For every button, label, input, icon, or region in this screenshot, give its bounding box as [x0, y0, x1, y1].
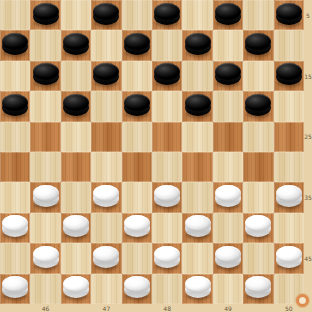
- light-square: [61, 122, 91, 152]
- light-square: [91, 91, 121, 121]
- black-man-square-10[interactable]: [245, 33, 271, 57]
- black-man-square-2[interactable]: [93, 3, 119, 27]
- white-man-square-48[interactable]: [124, 276, 150, 300]
- square-30[interactable]: [243, 152, 273, 182]
- piece-top-face: [2, 94, 28, 111]
- square-35[interactable]: [274, 182, 304, 212]
- black-man-square-3[interactable]: [154, 3, 180, 27]
- light-square: [30, 274, 60, 304]
- square-3[interactable]: [152, 0, 182, 30]
- piece-top-face: [154, 185, 180, 202]
- piece-top-face: [185, 33, 211, 50]
- black-man-square-14[interactable]: [215, 63, 241, 87]
- black-man-square-5[interactable]: [276, 3, 302, 27]
- light-square: [213, 91, 243, 121]
- square-26[interactable]: [0, 152, 30, 182]
- black-man-square-19[interactable]: [185, 94, 211, 118]
- square-25[interactable]: [274, 122, 304, 152]
- light-square: [274, 30, 304, 60]
- piece-top-face: [215, 3, 241, 20]
- square-18[interactable]: [122, 91, 152, 121]
- light-square: [152, 274, 182, 304]
- square-29[interactable]: [182, 152, 212, 182]
- white-man-square-43[interactable]: [154, 246, 180, 270]
- square-28[interactable]: [122, 152, 152, 182]
- piece-top-face: [33, 185, 59, 202]
- white-man-square-35[interactable]: [276, 185, 302, 209]
- light-square: [122, 0, 152, 30]
- square-20[interactable]: [243, 91, 273, 121]
- piece-top-face: [215, 246, 241, 263]
- black-man-square-16[interactable]: [2, 94, 28, 118]
- black-man-square-6[interactable]: [2, 33, 28, 57]
- light-square: [213, 152, 243, 182]
- black-man-square-1[interactable]: [33, 3, 59, 27]
- square-11[interactable]: [30, 61, 60, 91]
- coord-label-47: 47: [100, 305, 112, 312]
- light-square: [182, 182, 212, 212]
- square-45[interactable]: [274, 243, 304, 273]
- black-man-square-4[interactable]: [215, 3, 241, 27]
- black-man-square-12[interactable]: [93, 63, 119, 87]
- square-36[interactable]: [0, 213, 30, 243]
- square-40[interactable]: [243, 213, 273, 243]
- light-square: [91, 152, 121, 182]
- light-square: [213, 30, 243, 60]
- light-square: [122, 182, 152, 212]
- white-man-square-40[interactable]: [245, 215, 271, 239]
- light-square: [213, 213, 243, 243]
- light-square: [152, 213, 182, 243]
- square-23[interactable]: [152, 122, 182, 152]
- light-square: [243, 182, 273, 212]
- black-man-square-20[interactable]: [245, 94, 271, 118]
- piece-top-face: [33, 246, 59, 263]
- white-man-square-42[interactable]: [93, 246, 119, 270]
- piece-top-face: [245, 94, 271, 111]
- square-14[interactable]: [213, 61, 243, 91]
- draughts-board: [0, 0, 304, 304]
- light-square: [0, 243, 30, 273]
- light-square: [0, 0, 30, 30]
- square-33[interactable]: [152, 182, 182, 212]
- white-man-square-34[interactable]: [215, 185, 241, 209]
- light-square: [91, 274, 121, 304]
- square-38[interactable]: [122, 213, 152, 243]
- light-square: [152, 30, 182, 60]
- piece-top-face: [93, 3, 119, 20]
- square-48[interactable]: [122, 274, 152, 304]
- white-man-square-39[interactable]: [185, 215, 211, 239]
- square-8[interactable]: [122, 30, 152, 60]
- piece-top-face: [124, 33, 150, 50]
- coord-label-49: 49: [222, 305, 234, 312]
- light-square: [243, 0, 273, 30]
- piece-top-face: [185, 94, 211, 111]
- square-39[interactable]: [182, 213, 212, 243]
- square-24[interactable]: [213, 122, 243, 152]
- white-man-square-41[interactable]: [33, 246, 59, 270]
- square-2[interactable]: [91, 0, 121, 30]
- light-square: [182, 122, 212, 152]
- piece-top-face: [93, 246, 119, 263]
- piece-top-face: [124, 276, 150, 293]
- coord-label-35: 35: [304, 194, 312, 201]
- square-13[interactable]: [152, 61, 182, 91]
- light-square: [122, 243, 152, 273]
- piece-top-face: [276, 185, 302, 202]
- light-square: [61, 182, 91, 212]
- white-man-square-32[interactable]: [93, 185, 119, 209]
- piece-top-face: [63, 94, 89, 111]
- square-1[interactable]: [30, 0, 60, 30]
- light-square: [122, 122, 152, 152]
- piece-top-face: [33, 3, 59, 20]
- white-man-square-38[interactable]: [124, 215, 150, 239]
- light-square: [0, 61, 30, 91]
- light-square: [30, 30, 60, 60]
- white-man-square-46[interactable]: [2, 276, 28, 300]
- piece-top-face: [185, 276, 211, 293]
- black-man-square-18[interactable]: [124, 94, 150, 118]
- draughts-game-screen: 5152535454647484950: [0, 0, 312, 312]
- coord-label-48: 48: [161, 305, 173, 312]
- light-square: [243, 61, 273, 91]
- light-square: [0, 122, 30, 152]
- square-19[interactable]: [182, 91, 212, 121]
- black-man-square-8[interactable]: [124, 33, 150, 57]
- square-41[interactable]: [30, 243, 60, 273]
- piece-top-face: [63, 33, 89, 50]
- piece-top-face: [124, 94, 150, 111]
- black-man-square-13[interactable]: [154, 63, 180, 87]
- coord-label-15: 15: [304, 73, 312, 80]
- square-12[interactable]: [91, 61, 121, 91]
- piece-top-face: [276, 3, 302, 20]
- black-man-square-17[interactable]: [63, 94, 89, 118]
- square-9[interactable]: [182, 30, 212, 60]
- square-16[interactable]: [0, 91, 30, 121]
- square-49[interactable]: [182, 274, 212, 304]
- square-5[interactable]: [274, 0, 304, 30]
- white-man-square-37[interactable]: [63, 215, 89, 239]
- square-22[interactable]: [91, 122, 121, 152]
- square-43[interactable]: [152, 243, 182, 273]
- white-man-square-45[interactable]: [276, 246, 302, 270]
- square-34[interactable]: [213, 182, 243, 212]
- light-square: [0, 182, 30, 212]
- light-square: [182, 61, 212, 91]
- piece-top-face: [154, 3, 180, 20]
- coord-label-50: 50: [283, 305, 295, 312]
- light-square: [91, 213, 121, 243]
- white-man-square-36[interactable]: [2, 215, 28, 239]
- light-square: [30, 213, 60, 243]
- light-square: [61, 0, 91, 30]
- square-31[interactable]: [30, 182, 60, 212]
- square-50[interactable]: [243, 274, 273, 304]
- square-4[interactable]: [213, 0, 243, 30]
- square-17[interactable]: [61, 91, 91, 121]
- square-42[interactable]: [91, 243, 121, 273]
- square-37[interactable]: [61, 213, 91, 243]
- white-man-square-50[interactable]: [245, 276, 271, 300]
- coord-label-25: 25: [304, 133, 312, 140]
- black-man-square-15[interactable]: [276, 63, 302, 87]
- black-man-square-9[interactable]: [185, 33, 211, 57]
- white-man-square-49[interactable]: [185, 276, 211, 300]
- light-square: [274, 213, 304, 243]
- light-square: [243, 243, 273, 273]
- light-square: [243, 122, 273, 152]
- coord-label-46: 46: [40, 305, 52, 312]
- square-32[interactable]: [91, 182, 121, 212]
- light-square: [274, 152, 304, 182]
- piece-top-face: [276, 246, 302, 263]
- light-square: [61, 61, 91, 91]
- light-square: [30, 91, 60, 121]
- square-46[interactable]: [0, 274, 30, 304]
- light-square: [182, 0, 212, 30]
- piece-top-face: [154, 246, 180, 263]
- square-27[interactable]: [61, 152, 91, 182]
- light-square: [274, 91, 304, 121]
- black-man-square-7[interactable]: [63, 33, 89, 57]
- light-square: [30, 152, 60, 182]
- square-7[interactable]: [61, 30, 91, 60]
- black-man-square-11[interactable]: [33, 63, 59, 87]
- light-square: [182, 243, 212, 273]
- coord-label-45: 45: [304, 255, 312, 262]
- piece-top-face: [185, 215, 211, 232]
- light-square: [122, 61, 152, 91]
- square-6[interactable]: [0, 30, 30, 60]
- white-man-square-44[interactable]: [215, 246, 241, 270]
- square-15[interactable]: [274, 61, 304, 91]
- square-21[interactable]: [30, 122, 60, 152]
- square-47[interactable]: [61, 274, 91, 304]
- light-square: [152, 152, 182, 182]
- light-square: [213, 274, 243, 304]
- white-man-square-31[interactable]: [33, 185, 59, 209]
- light-square: [61, 243, 91, 273]
- square-10[interactable]: [243, 30, 273, 60]
- square-44[interactable]: [213, 243, 243, 273]
- light-square: [152, 91, 182, 121]
- orange-ring-icon[interactable]: [296, 294, 309, 307]
- white-man-square-47[interactable]: [63, 276, 89, 300]
- piece-top-face: [215, 185, 241, 202]
- coord-label-5: 5: [304, 12, 312, 19]
- light-square: [91, 30, 121, 60]
- white-man-square-33[interactable]: [154, 185, 180, 209]
